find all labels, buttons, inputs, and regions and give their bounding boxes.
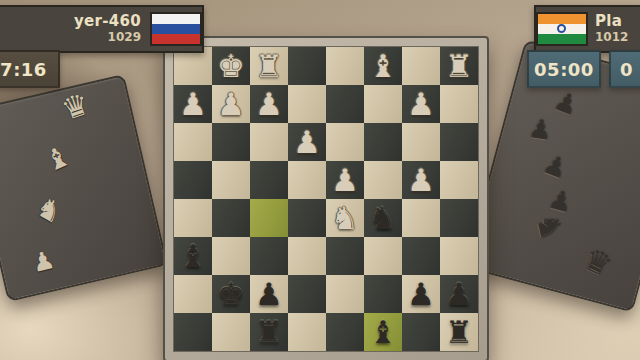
board: ♚♜♝♜♟♟♟♟♟♟♟♞♞♝♚♟♟♟♜♝♜ <box>173 46 479 352</box>
left-player-clock: 07:16 <box>0 50 60 88</box>
square-d2[interactable] <box>326 85 364 123</box>
square-b5[interactable] <box>402 199 440 237</box>
square-f6[interactable] <box>250 237 288 275</box>
square-g2[interactable]: ♟ <box>212 85 250 123</box>
square-d6[interactable] <box>326 237 364 275</box>
white-pawn[interactable]: ♟ <box>288 123 326 161</box>
square-g8[interactable] <box>212 313 250 351</box>
square-g7[interactable]: ♚ <box>212 275 250 313</box>
square-e5[interactable] <box>288 199 326 237</box>
captured-white-knight: ♞ <box>31 192 67 229</box>
right-player-extra-clock: 0 <box>609 50 640 88</box>
square-h4[interactable] <box>174 161 212 199</box>
captured-black-knight: ♞ <box>532 211 567 244</box>
white-pawn[interactable]: ♟ <box>250 85 288 123</box>
square-b7[interactable]: ♟ <box>402 275 440 313</box>
square-a6[interactable] <box>440 237 478 275</box>
player-panel-right: Pla 1012 <box>534 5 640 53</box>
square-b2[interactable]: ♟ <box>402 85 440 123</box>
square-h2[interactable]: ♟ <box>174 85 212 123</box>
square-h6[interactable]: ♝ <box>174 237 212 275</box>
square-a3[interactable] <box>440 123 478 161</box>
square-e1[interactable] <box>288 47 326 85</box>
white-king[interactable]: ♚ <box>212 47 250 85</box>
square-g6[interactable] <box>212 237 250 275</box>
square-c7[interactable] <box>364 275 402 313</box>
captured-black-queen: ♛ <box>579 243 616 282</box>
black-king[interactable]: ♚ <box>212 275 250 313</box>
square-c3[interactable] <box>364 123 402 161</box>
black-rook[interactable]: ♜ <box>440 313 478 351</box>
square-b3[interactable] <box>402 123 440 161</box>
square-f4[interactable] <box>250 161 288 199</box>
square-b4[interactable]: ♟ <box>402 161 440 199</box>
right-player-clock: 05:00 <box>527 50 601 88</box>
square-e6[interactable] <box>288 237 326 275</box>
black-pawn[interactable]: ♟ <box>440 275 478 313</box>
square-a7[interactable]: ♟ <box>440 275 478 313</box>
square-c5[interactable]: ♞ <box>364 199 402 237</box>
captured-white-bishop: ♝ <box>41 141 75 177</box>
square-f8[interactable]: ♜ <box>250 313 288 351</box>
square-a8[interactable]: ♜ <box>440 313 478 351</box>
black-pawn[interactable]: ♟ <box>250 275 288 313</box>
player-panel-left: yer-460 1029 <box>0 5 204 53</box>
black-rook[interactable]: ♜ <box>250 313 288 351</box>
square-f2[interactable]: ♟ <box>250 85 288 123</box>
square-c2[interactable] <box>364 85 402 123</box>
square-a5[interactable] <box>440 199 478 237</box>
square-d7[interactable] <box>326 275 364 313</box>
player-left-rating: 1029 <box>108 31 141 45</box>
square-b8[interactable] <box>402 313 440 351</box>
square-d4[interactable]: ♟ <box>326 161 364 199</box>
square-b6[interactable] <box>402 237 440 275</box>
square-a4[interactable] <box>440 161 478 199</box>
player-left-name: yer-460 <box>74 13 141 30</box>
square-g3[interactable] <box>212 123 250 161</box>
square-g5[interactable] <box>212 199 250 237</box>
white-pawn[interactable]: ♟ <box>402 85 440 123</box>
square-d1[interactable] <box>326 47 364 85</box>
white-pawn[interactable]: ♟ <box>402 161 440 199</box>
white-rook[interactable]: ♜ <box>250 47 288 85</box>
square-e4[interactable] <box>288 161 326 199</box>
square-d5[interactable]: ♞ <box>326 199 364 237</box>
white-pawn[interactable]: ♟ <box>212 85 250 123</box>
white-pawn[interactable]: ♟ <box>326 161 364 199</box>
square-f1[interactable]: ♜ <box>250 47 288 85</box>
square-h5[interactable] <box>174 199 212 237</box>
square-e8[interactable] <box>288 313 326 351</box>
captured-white-queen: ♛ <box>58 88 93 125</box>
square-a1[interactable]: ♜ <box>440 47 478 85</box>
square-f3[interactable] <box>250 123 288 161</box>
square-d8[interactable] <box>326 313 364 351</box>
player-right-name: Pla <box>595 13 622 30</box>
white-bishop[interactable]: ♝ <box>364 47 402 85</box>
square-g1[interactable]: ♚ <box>212 47 250 85</box>
russia-flag-icon <box>150 12 202 46</box>
white-rook[interactable]: ♜ <box>440 47 478 85</box>
square-e7[interactable] <box>288 275 326 313</box>
square-a2[interactable] <box>440 85 478 123</box>
black-pawn[interactable]: ♟ <box>402 275 440 313</box>
white-knight[interactable]: ♞ <box>326 199 364 237</box>
white-pawn[interactable]: ♟ <box>174 85 212 123</box>
captured-black-pawn: ♟ <box>540 150 571 183</box>
ashoka-chakra-icon <box>557 24 566 33</box>
square-c4[interactable] <box>364 161 402 199</box>
square-c6[interactable] <box>364 237 402 275</box>
square-f5[interactable] <box>250 199 288 237</box>
square-h8[interactable] <box>174 313 212 351</box>
board-frame: ♚♜♝♜♟♟♟♟♟♟♟♞♞♝♚♟♟♟♜♝♜ <box>163 36 489 360</box>
square-e3[interactable]: ♟ <box>288 123 326 161</box>
square-c8[interactable]: ♝ <box>364 313 402 351</box>
square-e2[interactable] <box>288 85 326 123</box>
square-c1[interactable]: ♝ <box>364 47 402 85</box>
square-g4[interactable] <box>212 161 250 199</box>
captured-white-pawn: ♟ <box>29 247 56 276</box>
india-flag-icon <box>536 12 588 46</box>
captured-white-tray: ♛♝♞♟ <box>0 74 168 302</box>
square-f7[interactable]: ♟ <box>250 275 288 313</box>
captured-black-pawn: ♟ <box>551 87 582 120</box>
captured-black-pawn: ♟ <box>527 115 554 144</box>
black-bishop[interactable]: ♝ <box>174 237 212 275</box>
square-h7[interactable] <box>174 275 212 313</box>
square-b1[interactable] <box>402 47 440 85</box>
black-bishop[interactable]: ♝ <box>364 313 402 351</box>
player-right-rating: 1012 <box>595 31 628 45</box>
black-knight[interactable]: ♞ <box>364 199 402 237</box>
square-h3[interactable] <box>174 123 212 161</box>
square-d3[interactable] <box>326 123 364 161</box>
